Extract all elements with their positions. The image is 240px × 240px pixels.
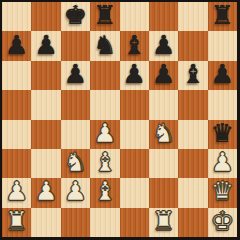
square-d3[interactable]: ♝ bbox=[90, 149, 119, 178]
square-b4[interactable] bbox=[31, 120, 60, 149]
white-bishop-d2[interactable]: ♝ bbox=[93, 178, 116, 206]
square-a5[interactable] bbox=[2, 90, 31, 119]
square-b3[interactable] bbox=[31, 149, 60, 178]
square-e5[interactable] bbox=[120, 90, 149, 119]
black-queen-h4[interactable]: ♛ bbox=[211, 120, 234, 148]
square-f7[interactable]: ♟ bbox=[149, 31, 178, 60]
square-e3[interactable] bbox=[120, 149, 149, 178]
square-g4[interactable] bbox=[178, 120, 207, 149]
square-h5[interactable] bbox=[208, 90, 237, 119]
square-h8[interactable]: ♜ bbox=[208, 2, 237, 31]
square-a3[interactable] bbox=[2, 149, 31, 178]
square-b2[interactable]: ♟ bbox=[31, 178, 60, 207]
black-pawn-f6[interactable]: ♟ bbox=[152, 61, 175, 89]
white-bishop-d3[interactable]: ♝ bbox=[93, 149, 116, 177]
black-rook-d8[interactable]: ♜ bbox=[93, 2, 116, 30]
square-g6[interactable]: ♝ bbox=[178, 61, 207, 90]
white-pawn-c2[interactable]: ♟ bbox=[64, 178, 87, 206]
square-f2[interactable] bbox=[149, 178, 178, 207]
chess-board: ♚♜♜♟♟♞♝♟♟♟♟♝♟♟♞♛♞♝♟♟♟♟♝♛♜♜♚ bbox=[0, 0, 240, 240]
square-f4[interactable]: ♞ bbox=[149, 120, 178, 149]
square-b7[interactable]: ♟ bbox=[31, 31, 60, 60]
square-d2[interactable]: ♝ bbox=[90, 178, 119, 207]
square-d1[interactable] bbox=[90, 208, 119, 237]
square-d7[interactable]: ♞ bbox=[90, 31, 119, 60]
square-h4[interactable]: ♛ bbox=[208, 120, 237, 149]
square-d5[interactable] bbox=[90, 90, 119, 119]
square-d4[interactable]: ♟ bbox=[90, 120, 119, 149]
white-knight-f4[interactable]: ♞ bbox=[152, 120, 175, 148]
white-rook-f1[interactable]: ♜ bbox=[152, 208, 175, 236]
square-g2[interactable] bbox=[178, 178, 207, 207]
square-b1[interactable] bbox=[31, 208, 60, 237]
white-queen-h2[interactable]: ♛ bbox=[211, 178, 234, 206]
square-c8[interactable]: ♚ bbox=[61, 2, 90, 31]
square-f3[interactable] bbox=[149, 149, 178, 178]
square-a8[interactable] bbox=[2, 2, 31, 31]
square-f5[interactable] bbox=[149, 90, 178, 119]
white-king-h1[interactable]: ♚ bbox=[211, 208, 234, 236]
square-c4[interactable] bbox=[61, 120, 90, 149]
square-g8[interactable] bbox=[178, 2, 207, 31]
square-a1[interactable]: ♜ bbox=[2, 208, 31, 237]
square-g5[interactable] bbox=[178, 90, 207, 119]
square-c1[interactable] bbox=[61, 208, 90, 237]
chess-board-diagram: ♚♜♜♟♟♞♝♟♟♟♟♝♟♟♞♛♞♝♟♟♟♟♝♛♜♜♚ bbox=[0, 0, 240, 240]
square-d8[interactable]: ♜ bbox=[90, 2, 119, 31]
black-pawn-c6[interactable]: ♟ bbox=[64, 61, 87, 89]
white-pawn-d4[interactable]: ♟ bbox=[93, 120, 116, 148]
square-g3[interactable] bbox=[178, 149, 207, 178]
square-e8[interactable] bbox=[120, 2, 149, 31]
black-pawn-h6[interactable]: ♟ bbox=[211, 61, 234, 89]
square-e1[interactable] bbox=[120, 208, 149, 237]
square-f6[interactable]: ♟ bbox=[149, 61, 178, 90]
black-rook-h8[interactable]: ♜ bbox=[211, 2, 234, 30]
square-a7[interactable]: ♟ bbox=[2, 31, 31, 60]
black-bishop-g6[interactable]: ♝ bbox=[181, 61, 204, 89]
black-pawn-f7[interactable]: ♟ bbox=[152, 31, 175, 59]
square-c3[interactable]: ♞ bbox=[61, 149, 90, 178]
square-h7[interactable] bbox=[208, 31, 237, 60]
square-d6[interactable] bbox=[90, 61, 119, 90]
square-a6[interactable] bbox=[2, 61, 31, 90]
square-g7[interactable] bbox=[178, 31, 207, 60]
square-e7[interactable]: ♝ bbox=[120, 31, 149, 60]
square-h3[interactable]: ♟ bbox=[208, 149, 237, 178]
white-pawn-h3[interactable]: ♟ bbox=[211, 149, 234, 177]
square-h1[interactable]: ♚ bbox=[208, 208, 237, 237]
square-e4[interactable] bbox=[120, 120, 149, 149]
square-b5[interactable] bbox=[31, 90, 60, 119]
square-e2[interactable] bbox=[120, 178, 149, 207]
square-a2[interactable]: ♟ bbox=[2, 178, 31, 207]
square-a4[interactable] bbox=[2, 120, 31, 149]
square-h6[interactable]: ♟ bbox=[208, 61, 237, 90]
white-pawn-a2[interactable]: ♟ bbox=[5, 178, 28, 206]
square-c7[interactable] bbox=[61, 31, 90, 60]
white-pawn-b2[interactable]: ♟ bbox=[34, 178, 57, 206]
square-b6[interactable] bbox=[31, 61, 60, 90]
square-c6[interactable]: ♟ bbox=[61, 61, 90, 90]
black-pawn-b7[interactable]: ♟ bbox=[34, 31, 57, 59]
black-pawn-a7[interactable]: ♟ bbox=[5, 31, 28, 59]
white-knight-c3[interactable]: ♞ bbox=[64, 149, 87, 177]
black-knight-d7[interactable]: ♞ bbox=[93, 31, 116, 59]
black-pawn-e6[interactable]: ♟ bbox=[123, 61, 146, 89]
square-g1[interactable] bbox=[178, 208, 207, 237]
square-f8[interactable] bbox=[149, 2, 178, 31]
white-rook-a1[interactable]: ♜ bbox=[5, 208, 28, 236]
square-h2[interactable]: ♛ bbox=[208, 178, 237, 207]
black-bishop-e7[interactable]: ♝ bbox=[123, 31, 146, 59]
square-e6[interactable]: ♟ bbox=[120, 61, 149, 90]
square-b8[interactable] bbox=[31, 2, 60, 31]
square-c2[interactable]: ♟ bbox=[61, 178, 90, 207]
square-f1[interactable]: ♜ bbox=[149, 208, 178, 237]
square-c5[interactable] bbox=[61, 90, 90, 119]
black-king-c8[interactable]: ♚ bbox=[64, 2, 87, 30]
